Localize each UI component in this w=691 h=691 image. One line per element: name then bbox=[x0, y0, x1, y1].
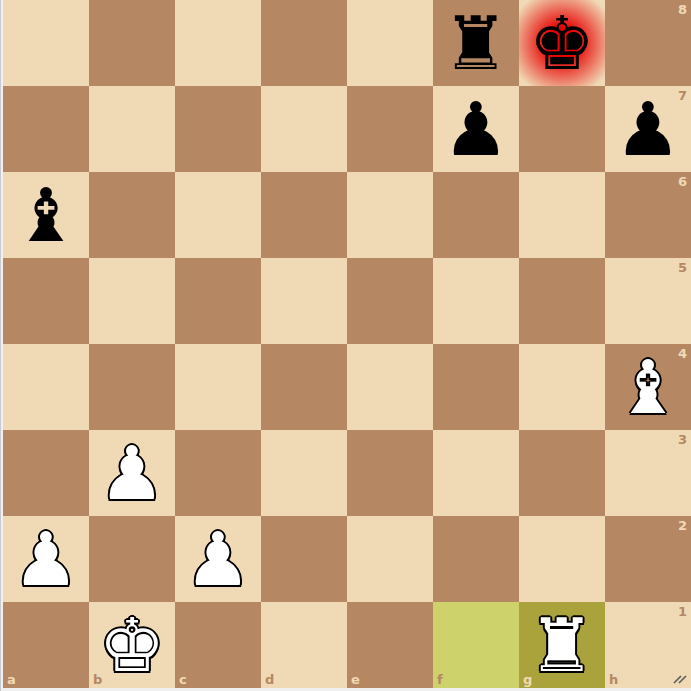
square-c7[interactable] bbox=[175, 86, 261, 172]
coordinate-file-d: d bbox=[265, 672, 274, 687]
square-g8[interactable]: ♚ bbox=[519, 0, 605, 86]
piece-black-bishop[interactable]: ♝ bbox=[3, 172, 89, 258]
coordinate-file-e: e bbox=[351, 672, 360, 687]
square-f3[interactable] bbox=[433, 430, 519, 516]
coordinate-file-c: c bbox=[179, 672, 187, 687]
square-g4[interactable] bbox=[519, 344, 605, 430]
square-a3[interactable] bbox=[3, 430, 89, 516]
square-h1[interactable]: 1h bbox=[605, 602, 691, 688]
square-f4[interactable] bbox=[433, 344, 519, 430]
square-h6[interactable]: 6 bbox=[605, 172, 691, 258]
square-b5[interactable] bbox=[89, 258, 175, 344]
square-g6[interactable] bbox=[519, 172, 605, 258]
piece-white-pawn[interactable]: ♟ bbox=[3, 516, 89, 602]
square-h7[interactable]: 7♟ bbox=[605, 86, 691, 172]
square-b1[interactable]: b♚ bbox=[89, 602, 175, 688]
square-h2[interactable]: 2 bbox=[605, 516, 691, 602]
square-b8[interactable] bbox=[89, 0, 175, 86]
square-e8[interactable] bbox=[347, 0, 433, 86]
square-e7[interactable] bbox=[347, 86, 433, 172]
square-f6[interactable] bbox=[433, 172, 519, 258]
chess-board-page: ♜♚8♟7♟♝654♝♟3♟♟2ab♚cdefg♜1h bbox=[0, 0, 691, 691]
square-a6[interactable]: ♝ bbox=[3, 172, 89, 258]
piece-white-pawn[interactable]: ♟ bbox=[175, 516, 261, 602]
coordinate-rank-7: 7 bbox=[678, 88, 687, 103]
coordinate-file-a: a bbox=[7, 672, 16, 687]
coordinate-rank-2: 2 bbox=[678, 518, 687, 533]
piece-black-pawn[interactable]: ♟ bbox=[433, 86, 519, 172]
square-c8[interactable] bbox=[175, 0, 261, 86]
piece-black-rook[interactable]: ♜ bbox=[433, 0, 519, 86]
square-e3[interactable] bbox=[347, 430, 433, 516]
square-c5[interactable] bbox=[175, 258, 261, 344]
square-d3[interactable] bbox=[261, 430, 347, 516]
coordinate-rank-1: 1 bbox=[678, 604, 687, 619]
square-d7[interactable] bbox=[261, 86, 347, 172]
square-g3[interactable] bbox=[519, 430, 605, 516]
coordinate-file-g: g bbox=[523, 672, 532, 687]
square-c4[interactable] bbox=[175, 344, 261, 430]
coordinate-file-f: f bbox=[437, 672, 443, 687]
square-c2[interactable]: ♟ bbox=[175, 516, 261, 602]
square-b2[interactable] bbox=[89, 516, 175, 602]
square-d8[interactable] bbox=[261, 0, 347, 86]
coordinate-file-h: h bbox=[609, 672, 618, 687]
square-d4[interactable] bbox=[261, 344, 347, 430]
coordinate-rank-5: 5 bbox=[678, 260, 687, 275]
square-g7[interactable] bbox=[519, 86, 605, 172]
square-e5[interactable] bbox=[347, 258, 433, 344]
coordinate-file-b: b bbox=[93, 672, 102, 687]
square-f8[interactable]: ♜ bbox=[433, 0, 519, 86]
square-f5[interactable] bbox=[433, 258, 519, 344]
square-d1[interactable]: d bbox=[261, 602, 347, 688]
square-a4[interactable] bbox=[3, 344, 89, 430]
square-e2[interactable] bbox=[347, 516, 433, 602]
square-f7[interactable]: ♟ bbox=[433, 86, 519, 172]
square-e4[interactable] bbox=[347, 344, 433, 430]
square-d5[interactable] bbox=[261, 258, 347, 344]
square-b3[interactable]: ♟ bbox=[89, 430, 175, 516]
square-f1[interactable]: f bbox=[433, 602, 519, 688]
coordinate-rank-3: 3 bbox=[678, 432, 687, 447]
square-h3[interactable]: 3 bbox=[605, 430, 691, 516]
square-d2[interactable] bbox=[261, 516, 347, 602]
square-g1[interactable]: g♜ bbox=[519, 602, 605, 688]
square-e1[interactable]: e bbox=[347, 602, 433, 688]
square-h8[interactable]: 8 bbox=[605, 0, 691, 86]
square-a8[interactable] bbox=[3, 0, 89, 86]
coordinate-rank-6: 6 bbox=[678, 174, 687, 189]
square-b7[interactable] bbox=[89, 86, 175, 172]
piece-black-king[interactable]: ♚ bbox=[519, 0, 605, 86]
square-b6[interactable] bbox=[89, 172, 175, 258]
square-c1[interactable]: c bbox=[175, 602, 261, 688]
piece-white-pawn[interactable]: ♟ bbox=[89, 430, 175, 516]
square-g2[interactable] bbox=[519, 516, 605, 602]
square-b4[interactable] bbox=[89, 344, 175, 430]
square-f2[interactable] bbox=[433, 516, 519, 602]
board-resize-handle-icon[interactable] bbox=[671, 668, 687, 684]
coordinate-rank-8: 8 bbox=[678, 2, 687, 17]
square-h4[interactable]: 4♝ bbox=[605, 344, 691, 430]
square-c6[interactable] bbox=[175, 172, 261, 258]
square-h5[interactable]: 5 bbox=[605, 258, 691, 344]
square-a5[interactable] bbox=[3, 258, 89, 344]
square-a1[interactable]: a bbox=[3, 602, 89, 688]
square-d6[interactable] bbox=[261, 172, 347, 258]
square-e6[interactable] bbox=[347, 172, 433, 258]
square-g5[interactable] bbox=[519, 258, 605, 344]
square-c3[interactable] bbox=[175, 430, 261, 516]
square-a2[interactable]: ♟ bbox=[3, 516, 89, 602]
chess-board: ♜♚8♟7♟♝654♝♟3♟♟2ab♚cdefg♜1h bbox=[3, 0, 691, 688]
square-a7[interactable] bbox=[3, 86, 89, 172]
coordinate-rank-4: 4 bbox=[678, 346, 687, 361]
